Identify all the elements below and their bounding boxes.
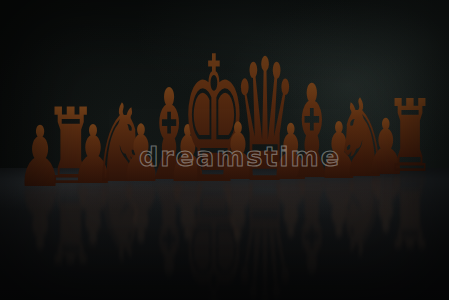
pieces-layer: ♟♜♟♞♟♝♟♚♟♛♟♝♟♞♟♜ [0, 0, 449, 300]
chess-photo: ♟♜♟♞♟♝♟♚♟♛♟♝♟♞♟♜ ♟♜♟♞♟♝♟♚♟♛♟♝♟♞♟♜ dreams… [0, 0, 449, 300]
chess-piece-rook: ♜ [385, 87, 434, 187]
